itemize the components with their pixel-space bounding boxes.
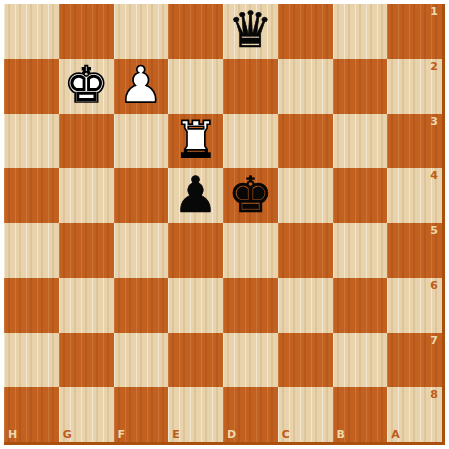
file-label-b: B [337, 429, 345, 440]
square-e8[interactable]: E [168, 387, 223, 442]
square-h7[interactable] [4, 333, 59, 388]
square-e4[interactable]: ♟ [168, 168, 223, 223]
square-h1[interactable] [4, 4, 59, 59]
square-c8[interactable]: C [278, 387, 333, 442]
file-label-f: F [118, 429, 126, 440]
square-g7[interactable] [59, 333, 114, 388]
square-g4[interactable] [59, 168, 114, 223]
square-b7[interactable] [333, 333, 388, 388]
square-g8[interactable]: G [59, 387, 114, 442]
square-c2[interactable] [278, 59, 333, 114]
black-pawn[interactable]: ♟ [173, 170, 218, 220]
square-c6[interactable] [278, 278, 333, 333]
square-f3[interactable] [114, 114, 169, 169]
square-a7[interactable]: 7 [387, 333, 442, 388]
square-a1[interactable]: 1 [387, 4, 442, 59]
square-g6[interactable] [59, 278, 114, 333]
square-c4[interactable] [278, 168, 333, 223]
rank-label-3: 3 [430, 116, 438, 127]
rank-label-7: 7 [430, 335, 438, 346]
rank-label-5: 5 [430, 225, 438, 236]
square-b3[interactable] [333, 114, 388, 169]
square-f8[interactable]: F [114, 387, 169, 442]
square-h5[interactable] [4, 223, 59, 278]
square-f7[interactable] [114, 333, 169, 388]
rank-label-2: 2 [430, 61, 438, 72]
square-e6[interactable] [168, 278, 223, 333]
square-h4[interactable] [4, 168, 59, 223]
square-a3[interactable]: 3 [387, 114, 442, 169]
square-c1[interactable] [278, 4, 333, 59]
square-f1[interactable] [114, 4, 169, 59]
square-b5[interactable] [333, 223, 388, 278]
square-c3[interactable] [278, 114, 333, 169]
square-d7[interactable] [223, 333, 278, 388]
square-b6[interactable] [333, 278, 388, 333]
square-e7[interactable] [168, 333, 223, 388]
square-b4[interactable] [333, 168, 388, 223]
square-g5[interactable] [59, 223, 114, 278]
square-e1[interactable] [168, 4, 223, 59]
square-b8[interactable]: B [333, 387, 388, 442]
white-rook[interactable]: ♜ [173, 115, 218, 165]
file-label-g: G [63, 429, 72, 440]
square-d2[interactable] [223, 59, 278, 114]
chessboard: ♛1♚♟2♜3♟♚4567HGFEDCBA8 [4, 4, 445, 445]
square-a6[interactable]: 6 [387, 278, 442, 333]
square-a2[interactable]: 2 [387, 59, 442, 114]
square-d5[interactable] [223, 223, 278, 278]
black-king[interactable]: ♚ [228, 170, 273, 220]
square-d1[interactable]: ♛ [223, 4, 278, 59]
square-h6[interactable] [4, 278, 59, 333]
square-f5[interactable] [114, 223, 169, 278]
chess-diagram: ♛1♚♟2♜3♟♚4567HGFEDCBA8 [0, 0, 449, 449]
rank-label-1: 1 [430, 6, 438, 17]
square-g3[interactable] [59, 114, 114, 169]
square-c7[interactable] [278, 333, 333, 388]
rank-label-4: 4 [430, 170, 438, 181]
square-f4[interactable] [114, 168, 169, 223]
square-a5[interactable]: 5 [387, 223, 442, 278]
square-d6[interactable] [223, 278, 278, 333]
white-pawn[interactable]: ♟ [118, 60, 163, 110]
square-d4[interactable]: ♚ [223, 168, 278, 223]
square-f6[interactable] [114, 278, 169, 333]
square-d8[interactable]: D [223, 387, 278, 442]
file-label-d: D [227, 429, 236, 440]
square-h3[interactable] [4, 114, 59, 169]
square-g1[interactable] [59, 4, 114, 59]
file-label-e: E [172, 429, 180, 440]
square-e5[interactable] [168, 223, 223, 278]
square-g2[interactable]: ♚ [59, 59, 114, 114]
square-h8[interactable]: H [4, 387, 59, 442]
square-d3[interactable] [223, 114, 278, 169]
square-c5[interactable] [278, 223, 333, 278]
square-e2[interactable] [168, 59, 223, 114]
rank-label-8: 8 [430, 389, 438, 400]
square-b1[interactable] [333, 4, 388, 59]
square-h2[interactable] [4, 59, 59, 114]
square-e3[interactable]: ♜ [168, 114, 223, 169]
file-label-h: H [8, 429, 17, 440]
file-label-c: C [282, 429, 290, 440]
square-f2[interactable]: ♟ [114, 59, 169, 114]
white-king[interactable]: ♚ [64, 60, 109, 110]
rank-label-6: 6 [430, 280, 438, 291]
square-a4[interactable]: 4 [387, 168, 442, 223]
black-queen[interactable]: ♛ [228, 5, 273, 55]
square-b2[interactable] [333, 59, 388, 114]
square-a8[interactable]: A8 [387, 387, 442, 442]
file-label-a: A [391, 429, 400, 440]
